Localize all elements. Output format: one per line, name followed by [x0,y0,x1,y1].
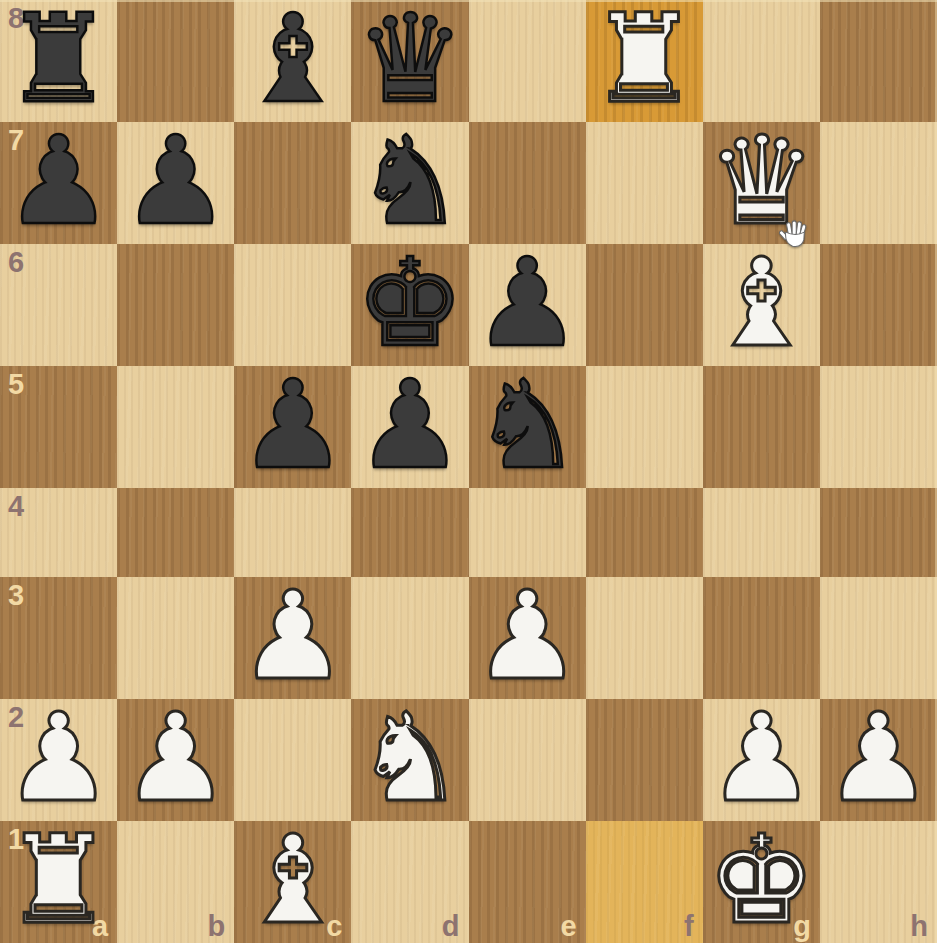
square-h7[interactable] [820,122,937,244]
square-b2[interactable]: ♟ [117,699,234,821]
square-b1[interactable]: b [117,821,234,943]
square-d8[interactable]: ♛ [351,0,468,122]
square-g4[interactable] [703,488,820,577]
black-queen[interactable]: ♛ [355,0,464,120]
square-d5[interactable]: ♟ [351,366,468,488]
chess-board: 8♜♝♛♜7♟♟♞♛6♚♟♝5♟♟♞43♟♟2♟♟♞♟♟1a♜bc♝defg♚h [0,0,937,943]
file-label: b [208,912,226,941]
square-e4[interactable] [469,488,586,577]
square-a1[interactable]: 1a♜ [0,821,117,943]
square-g5[interactable] [703,366,820,488]
file-label: e [560,912,576,941]
square-e5[interactable]: ♞ [469,366,586,488]
white-king[interactable]: ♚ [707,819,816,941]
square-a2[interactable]: 2♟ [0,699,117,821]
square-d1[interactable]: d [351,821,468,943]
square-e7[interactable] [469,122,586,244]
black-pawn[interactable]: ♟ [355,364,464,486]
square-b8[interactable] [117,0,234,122]
square-h4[interactable] [820,488,937,577]
square-f5[interactable] [586,366,703,488]
square-c5[interactable]: ♟ [234,366,351,488]
white-pawn[interactable]: ♟ [472,575,581,697]
square-a6[interactable]: 6 [0,244,117,366]
white-knight[interactable]: ♞ [355,697,464,819]
white-pawn[interactable]: ♟ [707,697,816,819]
file-label: d [442,912,460,941]
square-f4[interactable] [586,488,703,577]
square-h3[interactable] [820,577,937,699]
square-d3[interactable] [351,577,468,699]
square-f3[interactable] [586,577,703,699]
square-c8[interactable]: ♝ [234,0,351,122]
square-f7[interactable] [586,122,703,244]
square-a3[interactable]: 3 [0,577,117,699]
file-label: h [910,912,928,941]
white-bishop[interactable]: ♝ [707,242,816,364]
square-g1[interactable]: g♚ [703,821,820,943]
square-a4[interactable]: 4 [0,488,117,577]
white-rook[interactable]: ♜ [4,819,113,941]
black-pawn[interactable]: ♟ [238,364,347,486]
black-rook[interactable]: ♜ [4,0,113,120]
square-g6[interactable]: ♝ [703,244,820,366]
square-c4[interactable] [234,488,351,577]
square-e3[interactable]: ♟ [469,577,586,699]
white-pawn[interactable]: ♟ [4,697,113,819]
square-f1[interactable]: f [586,821,703,943]
white-pawn[interactable]: ♟ [824,697,933,819]
square-d7[interactable]: ♞ [351,122,468,244]
square-h5[interactable] [820,366,937,488]
square-g2[interactable]: ♟ [703,699,820,821]
black-bishop[interactable]: ♝ [238,0,347,120]
file-label: f [684,912,694,941]
black-pawn[interactable]: ♟ [4,120,113,242]
square-e1[interactable]: e [469,821,586,943]
square-f6[interactable] [586,244,703,366]
square-a8[interactable]: 8♜ [0,0,117,122]
square-g8[interactable] [703,0,820,122]
square-c7[interactable] [234,122,351,244]
square-b7[interactable]: ♟ [117,122,234,244]
square-e2[interactable] [469,699,586,821]
square-f2[interactable] [586,699,703,821]
square-b6[interactable] [117,244,234,366]
square-c2[interactable] [234,699,351,821]
square-c3[interactable]: ♟ [234,577,351,699]
square-d2[interactable]: ♞ [351,699,468,821]
square-h6[interactable] [820,244,937,366]
square-h2[interactable]: ♟ [820,699,937,821]
square-h1[interactable]: h [820,821,937,943]
white-rook[interactable]: ♜ [590,0,699,120]
black-king[interactable]: ♚ [355,242,464,364]
white-bishop[interactable]: ♝ [238,819,347,941]
white-queen[interactable]: ♛ [707,120,816,242]
square-a7[interactable]: 7♟ [0,122,117,244]
black-pawn[interactable]: ♟ [472,242,581,364]
square-b5[interactable] [117,366,234,488]
rank-label: 5 [8,370,24,399]
black-knight[interactable]: ♞ [472,364,581,486]
square-f8[interactable]: ♜ [586,0,703,122]
square-a5[interactable]: 5 [0,366,117,488]
white-pawn[interactable]: ♟ [238,575,347,697]
rank-label: 6 [8,248,24,277]
rank-label: 4 [8,492,24,521]
square-d6[interactable]: ♚ [351,244,468,366]
square-h8[interactable] [820,0,937,122]
square-c1[interactable]: c♝ [234,821,351,943]
square-g7[interactable]: ♛ [703,122,820,244]
square-b4[interactable] [117,488,234,577]
black-knight[interactable]: ♞ [355,120,464,242]
square-g3[interactable] [703,577,820,699]
square-e8[interactable] [469,0,586,122]
rank-label: 3 [8,581,24,610]
black-pawn[interactable]: ♟ [121,120,230,242]
square-e6[interactable]: ♟ [469,244,586,366]
square-c6[interactable] [234,244,351,366]
square-b3[interactable] [117,577,234,699]
square-d4[interactable] [351,488,468,577]
white-pawn[interactable]: ♟ [121,697,230,819]
